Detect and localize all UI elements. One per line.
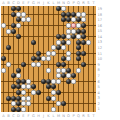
column-label: F <box>26 0 31 5</box>
row-label: 7 <box>97 73 105 78</box>
column-label: O <box>66 0 71 5</box>
column-label: C <box>11 113 16 118</box>
column-label: N <box>61 0 66 5</box>
column-label: E <box>21 113 26 118</box>
column-label: K <box>46 0 51 5</box>
row-label: 10 <box>97 56 105 61</box>
row-label: 18 <box>97 12 105 17</box>
column-label: A <box>1 0 6 5</box>
column-label: G <box>31 113 36 118</box>
row-labels-right: 19181716151413121110987654321 <box>97 6 106 112</box>
column-label: D <box>16 0 21 5</box>
column-label: S <box>86 0 91 5</box>
column-label: T <box>91 0 96 5</box>
row-label: 19 <box>97 6 105 11</box>
go-board <box>1 6 96 112</box>
row-label: 11 <box>97 51 105 56</box>
column-label: A <box>1 113 6 118</box>
row-label: 16 <box>97 23 105 28</box>
column-label: H <box>36 0 41 5</box>
row-label: 17 <box>97 17 105 22</box>
column-label: J <box>41 0 46 5</box>
column-labels-bottom: ABCDEFGHJKLMNOPQRST <box>1 113 96 119</box>
column-label: S <box>86 113 91 118</box>
column-label: D <box>16 113 21 118</box>
column-label: M <box>56 0 61 5</box>
column-label: J <box>41 113 46 118</box>
row-label: 5 <box>97 84 105 89</box>
board-cell-T1[interactable] <box>91 106 96 112</box>
column-label: R <box>81 113 86 118</box>
column-label: G <box>31 0 36 5</box>
column-label: N <box>61 113 66 118</box>
row-label: 4 <box>97 90 105 95</box>
row-label: 15 <box>97 29 105 34</box>
row-label: 3 <box>97 96 105 101</box>
column-label: B <box>6 113 11 118</box>
column-label: P <box>71 113 76 118</box>
column-label: K <box>46 113 51 118</box>
column-label: L <box>51 113 56 118</box>
column-label: M <box>56 113 61 118</box>
column-label: T <box>91 113 96 118</box>
column-label: P <box>71 0 76 5</box>
row-label: 1 <box>97 107 105 112</box>
column-label: H <box>36 113 41 118</box>
column-label: F <box>26 113 31 118</box>
column-label: O <box>66 113 71 118</box>
column-label: L <box>51 0 56 5</box>
column-label: Q <box>76 0 81 5</box>
column-label: Q <box>76 113 81 118</box>
column-label: R <box>81 0 86 5</box>
column-label: C <box>11 0 16 5</box>
row-label: 6 <box>97 79 105 84</box>
column-label: E <box>21 0 26 5</box>
row-label: 8 <box>97 68 105 73</box>
row-label: 12 <box>97 45 105 50</box>
row-label: 13 <box>97 40 105 45</box>
column-label: B <box>6 0 11 5</box>
